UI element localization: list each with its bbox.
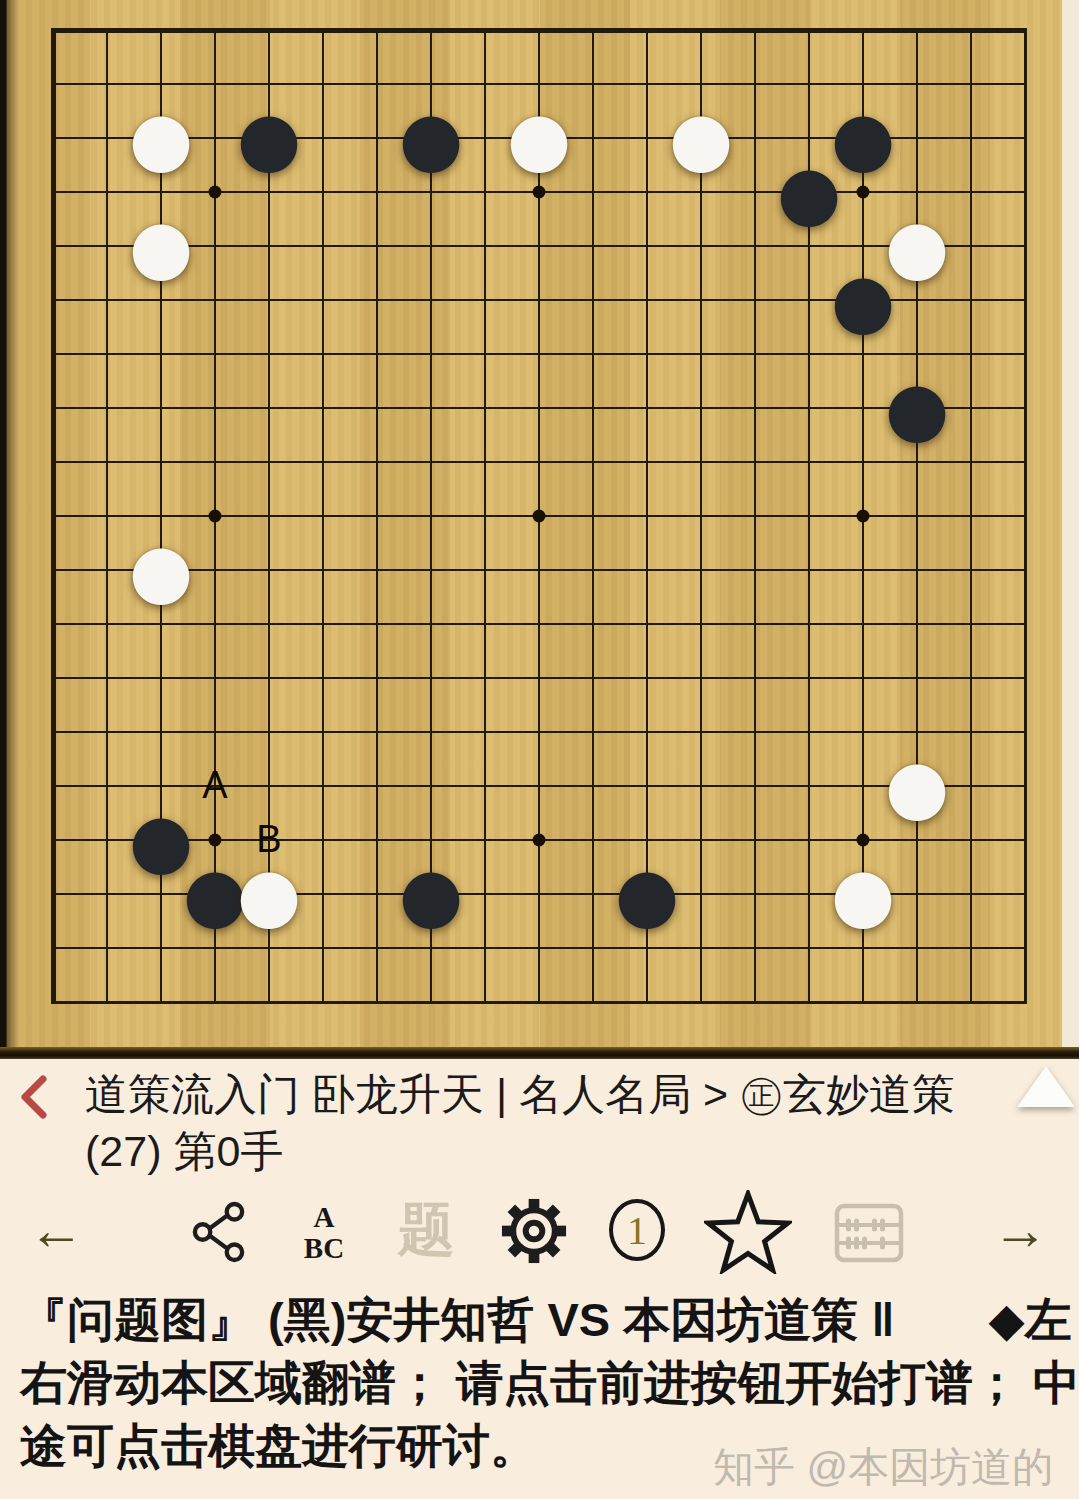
cell-J14[interactable] (458, 273, 512, 327)
cell-S15[interactable] (944, 219, 998, 273)
cell-R18[interactable] (890, 57, 944, 111)
cell-Q13[interactable] (836, 327, 890, 381)
cell-D5[interactable]: A (188, 759, 242, 813)
cell-O8[interactable] (728, 597, 782, 651)
cell-Q17[interactable]: ● (836, 111, 890, 165)
cell-M16[interactable] (620, 165, 674, 219)
cell-S5[interactable] (944, 759, 998, 813)
cell-N15[interactable] (674, 219, 728, 273)
cell-N16[interactable] (674, 165, 728, 219)
cell-E17[interactable]: ● (242, 111, 296, 165)
cell-E8[interactable] (242, 597, 296, 651)
cell-K15[interactable] (512, 219, 566, 273)
share-button[interactable] (192, 1201, 246, 1267)
cell-P13[interactable] (782, 327, 836, 381)
cell-A13[interactable] (26, 327, 80, 381)
cell-P4[interactable] (782, 813, 836, 867)
cell-T8[interactable] (998, 597, 1052, 651)
cell-G19[interactable] (350, 3, 404, 57)
cell-M19[interactable] (620, 3, 674, 57)
cell-J4[interactable] (458, 813, 512, 867)
next-move-button[interactable]: → (992, 1200, 1048, 1260)
cell-L16[interactable] (566, 165, 620, 219)
cell-B8[interactable] (80, 597, 134, 651)
cell-P18[interactable] (782, 57, 836, 111)
cell-E6[interactable] (242, 705, 296, 759)
cell-H10[interactable] (404, 489, 458, 543)
cell-A19[interactable] (26, 3, 80, 57)
cell-D6[interactable] (188, 705, 242, 759)
cell-R5[interactable]: ● (890, 759, 944, 813)
cell-A4[interactable] (26, 813, 80, 867)
font-size-button[interactable]: A BC (293, 1202, 355, 1264)
cell-F13[interactable] (296, 327, 350, 381)
cell-F19[interactable] (296, 3, 350, 57)
cell-G9[interactable] (350, 543, 404, 597)
cell-R15[interactable]: ● (890, 219, 944, 273)
cell-K6[interactable] (512, 705, 566, 759)
cell-Q11[interactable] (836, 435, 890, 489)
cell-A9[interactable] (26, 543, 80, 597)
cell-M2[interactable] (620, 921, 674, 975)
cell-O15[interactable] (728, 219, 782, 273)
cell-A11[interactable] (26, 435, 80, 489)
cell-F7[interactable] (296, 651, 350, 705)
cell-D18[interactable] (188, 57, 242, 111)
cell-P2[interactable] (782, 921, 836, 975)
cell-E10[interactable] (242, 489, 296, 543)
cell-J1[interactable] (458, 975, 512, 1029)
cell-F10[interactable] (296, 489, 350, 543)
cell-J11[interactable] (458, 435, 512, 489)
cell-N2[interactable] (674, 921, 728, 975)
cell-O2[interactable] (728, 921, 782, 975)
cell-L12[interactable] (566, 381, 620, 435)
cell-H9[interactable] (404, 543, 458, 597)
cell-D14[interactable] (188, 273, 242, 327)
cell-T11[interactable] (998, 435, 1052, 489)
cell-O5[interactable] (728, 759, 782, 813)
cell-A3[interactable] (26, 867, 80, 921)
cell-J19[interactable] (458, 3, 512, 57)
cell-D10[interactable] (188, 489, 242, 543)
cell-M7[interactable] (620, 651, 674, 705)
cell-B11[interactable] (80, 435, 134, 489)
cell-R3[interactable] (890, 867, 944, 921)
cell-J5[interactable] (458, 759, 512, 813)
cell-A1[interactable] (26, 975, 80, 1029)
cell-M12[interactable] (620, 381, 674, 435)
cell-G1[interactable] (350, 975, 404, 1029)
cell-R8[interactable] (890, 597, 944, 651)
cell-S16[interactable] (944, 165, 998, 219)
cell-P14[interactable] (782, 273, 836, 327)
cell-G10[interactable] (350, 489, 404, 543)
cell-M8[interactable] (620, 597, 674, 651)
cell-F14[interactable] (296, 273, 350, 327)
cell-K9[interactable] (512, 543, 566, 597)
cell-L19[interactable] (566, 3, 620, 57)
cell-E1[interactable] (242, 975, 296, 1029)
cell-D15[interactable] (188, 219, 242, 273)
cell-N4[interactable] (674, 813, 728, 867)
cell-G12[interactable] (350, 381, 404, 435)
cell-S7[interactable] (944, 651, 998, 705)
cell-M3[interactable]: ● (620, 867, 674, 921)
cell-C17[interactable]: ● (134, 111, 188, 165)
cell-T19[interactable] (998, 3, 1052, 57)
cell-G17[interactable] (350, 111, 404, 165)
cell-R14[interactable] (890, 273, 944, 327)
cell-H3[interactable]: ● (404, 867, 458, 921)
cell-E7[interactable] (242, 651, 296, 705)
cell-Q2[interactable] (836, 921, 890, 975)
cell-H13[interactable] (404, 327, 458, 381)
cell-L15[interactable] (566, 219, 620, 273)
cell-K7[interactable] (512, 651, 566, 705)
cell-G8[interactable] (350, 597, 404, 651)
cell-E2[interactable] (242, 921, 296, 975)
cell-K12[interactable] (512, 381, 566, 435)
cell-A5[interactable] (26, 759, 80, 813)
cell-S8[interactable] (944, 597, 998, 651)
cell-T7[interactable] (998, 651, 1052, 705)
cell-R4[interactable] (890, 813, 944, 867)
cell-M15[interactable] (620, 219, 674, 273)
cell-C9[interactable]: ● (134, 543, 188, 597)
cell-N14[interactable] (674, 273, 728, 327)
cell-S10[interactable] (944, 489, 998, 543)
cell-J7[interactable] (458, 651, 512, 705)
cell-N5[interactable] (674, 759, 728, 813)
cell-O4[interactable] (728, 813, 782, 867)
cell-P16[interactable]: ● (782, 165, 836, 219)
cell-T3[interactable] (998, 867, 1052, 921)
cell-R2[interactable] (890, 921, 944, 975)
cell-B16[interactable] (80, 165, 134, 219)
cell-M13[interactable] (620, 327, 674, 381)
cell-S14[interactable] (944, 273, 998, 327)
cell-F1[interactable] (296, 975, 350, 1029)
cell-L6[interactable] (566, 705, 620, 759)
cell-G2[interactable] (350, 921, 404, 975)
cell-K13[interactable] (512, 327, 566, 381)
cell-L11[interactable] (566, 435, 620, 489)
cell-E13[interactable] (242, 327, 296, 381)
cell-A6[interactable] (26, 705, 80, 759)
cell-K19[interactable] (512, 3, 566, 57)
cell-G15[interactable] (350, 219, 404, 273)
cell-N6[interactable] (674, 705, 728, 759)
cell-C6[interactable] (134, 705, 188, 759)
cell-K1[interactable] (512, 975, 566, 1029)
cell-D9[interactable] (188, 543, 242, 597)
cell-H16[interactable] (404, 165, 458, 219)
cell-D7[interactable] (188, 651, 242, 705)
cell-Q12[interactable] (836, 381, 890, 435)
cell-L8[interactable] (566, 597, 620, 651)
cell-B3[interactable] (80, 867, 134, 921)
cell-M17[interactable] (620, 111, 674, 165)
cell-M14[interactable] (620, 273, 674, 327)
cell-O14[interactable] (728, 273, 782, 327)
cell-O12[interactable] (728, 381, 782, 435)
cell-S11[interactable] (944, 435, 998, 489)
cell-F6[interactable] (296, 705, 350, 759)
cell-A8[interactable] (26, 597, 80, 651)
cell-E19[interactable] (242, 3, 296, 57)
collapse-panel-button[interactable] (1017, 1066, 1075, 1107)
cell-T14[interactable] (998, 273, 1052, 327)
cell-K16[interactable] (512, 165, 566, 219)
cell-P8[interactable] (782, 597, 836, 651)
cell-K3[interactable] (512, 867, 566, 921)
cell-N8[interactable] (674, 597, 728, 651)
cell-O6[interactable] (728, 705, 782, 759)
cell-J15[interactable] (458, 219, 512, 273)
cell-Q10[interactable] (836, 489, 890, 543)
cell-L7[interactable] (566, 651, 620, 705)
cell-S12[interactable] (944, 381, 998, 435)
settings-button[interactable] (496, 1193, 572, 1273)
cell-K11[interactable] (512, 435, 566, 489)
cell-C7[interactable] (134, 651, 188, 705)
cell-C13[interactable] (134, 327, 188, 381)
cell-K5[interactable] (512, 759, 566, 813)
cell-E15[interactable] (242, 219, 296, 273)
cell-F8[interactable] (296, 597, 350, 651)
cell-A17[interactable] (26, 111, 80, 165)
cell-N13[interactable] (674, 327, 728, 381)
cell-H5[interactable] (404, 759, 458, 813)
cell-R12[interactable]: ● (890, 381, 944, 435)
cell-F16[interactable] (296, 165, 350, 219)
cell-G7[interactable] (350, 651, 404, 705)
cell-T12[interactable] (998, 381, 1052, 435)
problem-button[interactable]: 题 (398, 1199, 455, 1259)
cell-M9[interactable] (620, 543, 674, 597)
cell-C15[interactable]: ● (134, 219, 188, 273)
cell-O19[interactable] (728, 3, 782, 57)
cell-M10[interactable] (620, 489, 674, 543)
goban[interactable]: ●●●●●●●●●●●●A●●B●●●●● (26, 3, 1052, 1029)
cell-S9[interactable] (944, 543, 998, 597)
cell-F3[interactable] (296, 867, 350, 921)
cell-L2[interactable] (566, 921, 620, 975)
cell-L17[interactable] (566, 111, 620, 165)
cell-H1[interactable] (404, 975, 458, 1029)
cell-O1[interactable] (728, 975, 782, 1029)
cell-T13[interactable] (998, 327, 1052, 381)
cell-H2[interactable] (404, 921, 458, 975)
cell-T10[interactable] (998, 489, 1052, 543)
cell-E5[interactable] (242, 759, 296, 813)
cell-F18[interactable] (296, 57, 350, 111)
cell-M5[interactable] (620, 759, 674, 813)
cell-J13[interactable] (458, 327, 512, 381)
cell-C1[interactable] (134, 975, 188, 1029)
cell-B19[interactable] (80, 3, 134, 57)
cell-O11[interactable] (728, 435, 782, 489)
cell-C2[interactable] (134, 921, 188, 975)
cell-Q5[interactable] (836, 759, 890, 813)
cell-D11[interactable] (188, 435, 242, 489)
cell-T18[interactable] (998, 57, 1052, 111)
cell-K4[interactable] (512, 813, 566, 867)
cell-M6[interactable] (620, 705, 674, 759)
cell-L3[interactable] (566, 867, 620, 921)
cell-P12[interactable] (782, 381, 836, 435)
cell-Q3[interactable]: ● (836, 867, 890, 921)
cell-E3[interactable]: ● (242, 867, 296, 921)
cell-B7[interactable] (80, 651, 134, 705)
cell-T4[interactable] (998, 813, 1052, 867)
cell-D3[interactable]: ● (188, 867, 242, 921)
cell-O9[interactable] (728, 543, 782, 597)
cell-R7[interactable] (890, 651, 944, 705)
cell-A2[interactable] (26, 921, 80, 975)
cell-J9[interactable] (458, 543, 512, 597)
cell-N9[interactable] (674, 543, 728, 597)
cell-C3[interactable] (134, 867, 188, 921)
cell-F12[interactable] (296, 381, 350, 435)
cell-F11[interactable] (296, 435, 350, 489)
cell-E14[interactable] (242, 273, 296, 327)
cell-G11[interactable] (350, 435, 404, 489)
cell-B13[interactable] (80, 327, 134, 381)
cell-M11[interactable] (620, 435, 674, 489)
cell-B5[interactable] (80, 759, 134, 813)
cell-O17[interactable] (728, 111, 782, 165)
cell-C11[interactable] (134, 435, 188, 489)
cell-H17[interactable]: ● (404, 111, 458, 165)
cell-K2[interactable] (512, 921, 566, 975)
cell-L18[interactable] (566, 57, 620, 111)
cell-G18[interactable] (350, 57, 404, 111)
cell-N1[interactable] (674, 975, 728, 1029)
cell-T6[interactable] (998, 705, 1052, 759)
cell-S4[interactable] (944, 813, 998, 867)
cell-B18[interactable] (80, 57, 134, 111)
cell-J18[interactable] (458, 57, 512, 111)
cell-T2[interactable] (998, 921, 1052, 975)
cell-E11[interactable] (242, 435, 296, 489)
cell-G3[interactable] (350, 867, 404, 921)
cell-L4[interactable] (566, 813, 620, 867)
cell-T15[interactable] (998, 219, 1052, 273)
cell-S1[interactable] (944, 975, 998, 1029)
favorite-button[interactable] (704, 1190, 792, 1278)
cell-L14[interactable] (566, 273, 620, 327)
cell-D2[interactable] (188, 921, 242, 975)
cell-B17[interactable] (80, 111, 134, 165)
cell-J12[interactable] (458, 381, 512, 435)
cell-E12[interactable] (242, 381, 296, 435)
cell-C19[interactable] (134, 3, 188, 57)
cell-G6[interactable] (350, 705, 404, 759)
cell-A16[interactable] (26, 165, 80, 219)
cell-H6[interactable] (404, 705, 458, 759)
cell-N19[interactable] (674, 3, 728, 57)
cell-T5[interactable] (998, 759, 1052, 813)
cell-N17[interactable]: ● (674, 111, 728, 165)
cell-O18[interactable] (728, 57, 782, 111)
cell-Q8[interactable] (836, 597, 890, 651)
cell-T17[interactable] (998, 111, 1052, 165)
cell-D16[interactable] (188, 165, 242, 219)
cell-B6[interactable] (80, 705, 134, 759)
cell-F9[interactable] (296, 543, 350, 597)
cell-L9[interactable] (566, 543, 620, 597)
prev-move-button[interactable]: ← (28, 1200, 84, 1260)
cell-A7[interactable] (26, 651, 80, 705)
cell-S17[interactable] (944, 111, 998, 165)
cell-H7[interactable] (404, 651, 458, 705)
cell-S2[interactable] (944, 921, 998, 975)
cell-O7[interactable] (728, 651, 782, 705)
cell-N11[interactable] (674, 435, 728, 489)
cell-N3[interactable] (674, 867, 728, 921)
cell-Q16[interactable] (836, 165, 890, 219)
cell-F4[interactable] (296, 813, 350, 867)
cell-F2[interactable] (296, 921, 350, 975)
cell-A18[interactable] (26, 57, 80, 111)
cell-P10[interactable] (782, 489, 836, 543)
cell-F5[interactable] (296, 759, 350, 813)
cell-S18[interactable] (944, 57, 998, 111)
cell-B14[interactable] (80, 273, 134, 327)
cell-R9[interactable] (890, 543, 944, 597)
cell-J2[interactable] (458, 921, 512, 975)
cell-H19[interactable] (404, 3, 458, 57)
cell-F15[interactable] (296, 219, 350, 273)
cell-D1[interactable] (188, 975, 242, 1029)
cell-B12[interactable] (80, 381, 134, 435)
cell-C12[interactable] (134, 381, 188, 435)
cell-R19[interactable] (890, 3, 944, 57)
counter-button[interactable] (834, 1203, 904, 1267)
cell-L13[interactable] (566, 327, 620, 381)
cell-T1[interactable] (998, 975, 1052, 1029)
cell-O3[interactable] (728, 867, 782, 921)
cell-B2[interactable] (80, 921, 134, 975)
cell-N12[interactable] (674, 381, 728, 435)
cell-A12[interactable] (26, 381, 80, 435)
cell-H15[interactable] (404, 219, 458, 273)
cell-G14[interactable] (350, 273, 404, 327)
cell-K14[interactable] (512, 273, 566, 327)
back-button[interactable] (18, 1075, 48, 1123)
cell-L10[interactable] (566, 489, 620, 543)
cell-D8[interactable] (188, 597, 242, 651)
cell-N7[interactable] (674, 651, 728, 705)
cell-O13[interactable] (728, 327, 782, 381)
cell-J10[interactable] (458, 489, 512, 543)
cell-C4[interactable]: ● (134, 813, 188, 867)
cell-K8[interactable] (512, 597, 566, 651)
cell-M18[interactable] (620, 57, 674, 111)
cell-Q6[interactable] (836, 705, 890, 759)
cell-D13[interactable] (188, 327, 242, 381)
cell-P6[interactable] (782, 705, 836, 759)
cell-K17[interactable]: ● (512, 111, 566, 165)
cell-S3[interactable] (944, 867, 998, 921)
cell-D17[interactable] (188, 111, 242, 165)
cell-H8[interactable] (404, 597, 458, 651)
cell-S13[interactable] (944, 327, 998, 381)
cell-P5[interactable] (782, 759, 836, 813)
cell-J8[interactable] (458, 597, 512, 651)
